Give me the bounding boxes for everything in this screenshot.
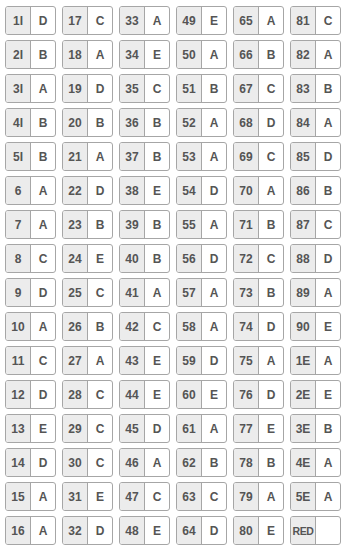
answer-letter: D (202, 347, 226, 374)
question-label: 87 (291, 211, 316, 238)
question-label: 24 (63, 245, 88, 272)
question-label: 33 (120, 7, 145, 34)
answer-cell: 79A (233, 482, 284, 511)
question-label: 49 (177, 7, 202, 34)
answer-cell: 27A (62, 346, 113, 375)
question-label: 77 (234, 415, 259, 442)
question-label: 62 (177, 449, 202, 476)
answer-cell: 1EA (290, 346, 341, 375)
answer-cell: RED (290, 516, 341, 545)
question-label: 28 (63, 381, 88, 408)
question-label: 68 (234, 109, 259, 136)
answer-cell: 41A (119, 278, 170, 307)
question-label: 5E (291, 483, 316, 510)
answer-letter: A (31, 211, 55, 238)
answer-letter: B (259, 41, 283, 68)
answer-letter: D (88, 75, 112, 102)
answer-letter: B (316, 415, 340, 442)
question-label: 76 (234, 381, 259, 408)
answer-letter: E (145, 177, 169, 204)
question-label: 2E (291, 381, 316, 408)
answer-letter: E (145, 347, 169, 374)
answer-letter: D (31, 7, 55, 34)
answer-cell: 24E (62, 244, 113, 273)
answer-letter: A (202, 313, 226, 340)
answer-cell: 20B (62, 108, 113, 137)
answer-cell: 2EE (290, 380, 341, 409)
answer-cell: 44E (119, 380, 170, 409)
answer-cell: 8C (5, 244, 56, 273)
answer-letter: A (202, 109, 226, 136)
answer-letter: E (316, 313, 340, 340)
answer-cell: 64D (176, 516, 227, 545)
answer-letter: D (259, 109, 283, 136)
answer-letter: C (31, 347, 55, 374)
answer-cell: 80E (233, 516, 284, 545)
answer-cell: 81C (290, 6, 341, 35)
answer-letter: D (259, 313, 283, 340)
answer-cell: 59D (176, 346, 227, 375)
answer-letter: B (88, 211, 112, 238)
answer-letter: B (316, 75, 340, 102)
answer-letter: C (316, 7, 340, 34)
question-label: 30 (63, 449, 88, 476)
answer-cell: 14D (5, 448, 56, 477)
answer-cell: 23B (62, 210, 113, 239)
question-label: 71 (234, 211, 259, 238)
answer-letter: A (31, 75, 55, 102)
answer-cell: 66B (233, 40, 284, 69)
answer-letter: A (316, 279, 340, 306)
question-label: 83 (291, 75, 316, 102)
question-label: 11 (6, 347, 31, 374)
answer-cell: 61A (176, 414, 227, 443)
question-label: 79 (234, 483, 259, 510)
question-label: 31 (63, 483, 88, 510)
question-label: 10 (6, 313, 31, 340)
answer-letter: D (31, 449, 55, 476)
answer-letter: D (202, 177, 226, 204)
answer-cell: 82A (290, 40, 341, 69)
answer-letter: A (88, 347, 112, 374)
answer-letter: A (31, 483, 55, 510)
answer-cell: 2IB (5, 40, 56, 69)
question-label: 70 (234, 177, 259, 204)
answer-letter: C (145, 483, 169, 510)
answer-cell: 21A (62, 142, 113, 171)
question-label: 13 (6, 415, 31, 442)
answer-letter: E (259, 517, 283, 544)
answer-cell: 85D (290, 142, 341, 171)
answer-cell: 73B (233, 278, 284, 307)
answer-cell: 83B (290, 74, 341, 103)
answer-letter: A (316, 41, 340, 68)
question-label: 20 (63, 109, 88, 136)
answer-cell: 22D (62, 176, 113, 205)
answer-cell: 88D (290, 244, 341, 273)
answer-letter: E (88, 245, 112, 272)
question-label: 75 (234, 347, 259, 374)
answer-letter: C (316, 211, 340, 238)
question-label: 7 (6, 211, 31, 238)
question-label: 15 (6, 483, 31, 510)
answer-cell: 70A (233, 176, 284, 205)
question-label: 23 (63, 211, 88, 238)
question-label: RED (291, 517, 316, 544)
answer-letter: D (316, 245, 340, 272)
answer-cell: 40B (119, 244, 170, 273)
answer-letter: B (88, 109, 112, 136)
answer-letter: A (202, 279, 226, 306)
question-label: 34 (120, 41, 145, 68)
answer-cell: 1ID (5, 6, 56, 35)
question-label: 72 (234, 245, 259, 272)
answer-cell: 33A (119, 6, 170, 35)
answer-letter: C (31, 245, 55, 272)
answer-letter: A (202, 211, 226, 238)
question-label: 2I (6, 41, 31, 68)
question-label: 9 (6, 279, 31, 306)
answer-letter: E (145, 41, 169, 68)
answer-letter: B (259, 211, 283, 238)
answer-cell: 58A (176, 312, 227, 341)
answer-letter: E (145, 517, 169, 544)
answer-letter: C (259, 75, 283, 102)
question-label: 8 (6, 245, 31, 272)
answer-letter: D (31, 279, 55, 306)
answer-letter: A (145, 7, 169, 34)
question-label: 44 (120, 381, 145, 408)
answer-letter: A (31, 517, 55, 544)
question-label: 36 (120, 109, 145, 136)
question-label: 54 (177, 177, 202, 204)
answer-cell: 89A (290, 278, 341, 307)
question-label: 74 (234, 313, 259, 340)
answer-cell: 5EA (290, 482, 341, 511)
answer-cell: 16A (5, 516, 56, 545)
answer-letter: A (316, 109, 340, 136)
answer-letter: B (316, 177, 340, 204)
answer-cell: 12D (5, 380, 56, 409)
answer-cell: 30C (62, 448, 113, 477)
answer-letter: A (145, 449, 169, 476)
answer-letter: D (88, 177, 112, 204)
answer-letter: B (145, 211, 169, 238)
question-label: 57 (177, 279, 202, 306)
answer-cell: 43E (119, 346, 170, 375)
question-label: 61 (177, 415, 202, 442)
answer-cell: 11C (5, 346, 56, 375)
answer-letter: C (88, 279, 112, 306)
question-label: 3I (6, 75, 31, 102)
answer-cell: 28C (62, 380, 113, 409)
answer-letter: C (259, 245, 283, 272)
answer-letter: A (145, 279, 169, 306)
answer-letter: A (31, 313, 55, 340)
question-label: 82 (291, 41, 316, 68)
question-label: 21 (63, 143, 88, 170)
answer-cell: 76D (233, 380, 284, 409)
question-label: 60 (177, 381, 202, 408)
question-label: 67 (234, 75, 259, 102)
answer-letter: A (259, 483, 283, 510)
answer-cell: 54D (176, 176, 227, 205)
question-label: 59 (177, 347, 202, 374)
answer-cell: 32D (62, 516, 113, 545)
answer-letter: B (145, 245, 169, 272)
question-label: 73 (234, 279, 259, 306)
question-label: 55 (177, 211, 202, 238)
answer-letter: A (31, 177, 55, 204)
question-label: 4E (291, 449, 316, 476)
answer-letter: E (31, 415, 55, 442)
question-label: 43 (120, 347, 145, 374)
answer-letter: D (202, 517, 226, 544)
answer-cell: 19D (62, 74, 113, 103)
question-label: 52 (177, 109, 202, 136)
answer-letter: C (259, 143, 283, 170)
answer-letter: A (202, 143, 226, 170)
question-label: 4I (6, 109, 31, 136)
answer-letter: B (31, 41, 55, 68)
answer-cell: 10A (5, 312, 56, 341)
answer-cell: 56D (176, 244, 227, 273)
question-label: 26 (63, 313, 88, 340)
answer-cell: 3IA (5, 74, 56, 103)
answer-cell: 6A (5, 176, 56, 205)
answer-cell: 46A (119, 448, 170, 477)
answer-cell: 38E (119, 176, 170, 205)
answer-letter: C (145, 313, 169, 340)
question-label: 35 (120, 75, 145, 102)
answer-letter: C (202, 483, 226, 510)
answer-cell: 72C (233, 244, 284, 273)
question-label: 19 (63, 75, 88, 102)
answer-cell: 55A (176, 210, 227, 239)
answer-letter: A (259, 177, 283, 204)
question-label: 89 (291, 279, 316, 306)
question-label: 38 (120, 177, 145, 204)
question-label: 78 (234, 449, 259, 476)
answer-cell: 50A (176, 40, 227, 69)
question-label: 90 (291, 313, 316, 340)
answer-cell: 29C (62, 414, 113, 443)
question-label: 16 (6, 517, 31, 544)
answer-letter: C (88, 381, 112, 408)
answer-cell: 3EB (290, 414, 341, 443)
answer-cell: 9D (5, 278, 56, 307)
question-label: 47 (120, 483, 145, 510)
answer-letter (316, 517, 340, 544)
question-label: 27 (63, 347, 88, 374)
answer-letter: A (316, 347, 340, 374)
answer-cell: 77E (233, 414, 284, 443)
answer-letter: A (316, 483, 340, 510)
answer-letter: E (202, 7, 226, 34)
answer-letter: C (88, 415, 112, 442)
answer-letter: A (88, 143, 112, 170)
question-label: 64 (177, 517, 202, 544)
answer-cell: 71B (233, 210, 284, 239)
question-label: 50 (177, 41, 202, 68)
answer-cell: 35C (119, 74, 170, 103)
answer-letter: A (316, 449, 340, 476)
answer-cell: 75A (233, 346, 284, 375)
answer-letter: A (202, 41, 226, 68)
answer-letter: D (202, 245, 226, 272)
answer-cell: 69C (233, 142, 284, 171)
question-label: 84 (291, 109, 316, 136)
answer-letter: B (31, 143, 55, 170)
answer-cell: 7A (5, 210, 56, 239)
question-label: 17 (63, 7, 88, 34)
answer-letter: A (202, 415, 226, 442)
answer-cell: 62B (176, 448, 227, 477)
answer-cell: 13E (5, 414, 56, 443)
question-label: 41 (120, 279, 145, 306)
answer-cell: 42C (119, 312, 170, 341)
answer-cell: 87C (290, 210, 341, 239)
answer-cell: 68D (233, 108, 284, 137)
answer-cell: 51B (176, 74, 227, 103)
answer-letter: B (145, 109, 169, 136)
answer-letter: D (145, 415, 169, 442)
question-label: 29 (63, 415, 88, 442)
answer-letter: E (145, 381, 169, 408)
answer-letter: B (31, 109, 55, 136)
question-label: 51 (177, 75, 202, 102)
question-label: 1I (6, 7, 31, 34)
answer-letter: D (259, 381, 283, 408)
answer-cell: 67C (233, 74, 284, 103)
answer-cell: 5IB (5, 142, 56, 171)
question-label: 32 (63, 517, 88, 544)
question-label: 39 (120, 211, 145, 238)
question-label: 53 (177, 143, 202, 170)
answer-cell: 90E (290, 312, 341, 341)
question-label: 18 (63, 41, 88, 68)
answer-cell: 74D (233, 312, 284, 341)
answer-cell: 45D (119, 414, 170, 443)
question-label: 85 (291, 143, 316, 170)
answer-letter: E (88, 483, 112, 510)
question-label: 58 (177, 313, 202, 340)
answer-cell: 36B (119, 108, 170, 137)
answer-cell: 49E (176, 6, 227, 35)
answer-letter: C (145, 75, 169, 102)
question-label: 65 (234, 7, 259, 34)
question-label: 6 (6, 177, 31, 204)
answer-cell: 60E (176, 380, 227, 409)
answer-letter: B (259, 279, 283, 306)
answer-letter: A (88, 41, 112, 68)
answer-letter: B (145, 143, 169, 170)
question-label: 3E (291, 415, 316, 442)
answer-cell: 4IB (5, 108, 56, 137)
question-label: 14 (6, 449, 31, 476)
question-label: 5I (6, 143, 31, 170)
answer-letter: D (88, 517, 112, 544)
answer-cell: 47C (119, 482, 170, 511)
answer-cell: 34E (119, 40, 170, 69)
answer-letter: B (202, 449, 226, 476)
question-label: 46 (120, 449, 145, 476)
answer-cell: 17C (62, 6, 113, 35)
question-label: 66 (234, 41, 259, 68)
question-label: 40 (120, 245, 145, 272)
answer-letter: C (88, 449, 112, 476)
answer-cell: 48E (119, 516, 170, 545)
question-label: 88 (291, 245, 316, 272)
question-label: 69 (234, 143, 259, 170)
answer-letter: D (316, 143, 340, 170)
answer-key-grid: 1ID2IB3IA4IB5IB6A7A8C9D10A11C12D13E14D15… (5, 6, 341, 545)
question-label: 48 (120, 517, 145, 544)
question-label: 63 (177, 483, 202, 510)
answer-letter: B (202, 75, 226, 102)
answer-cell: 52A (176, 108, 227, 137)
answer-letter: B (259, 449, 283, 476)
answer-cell: 86B (290, 176, 341, 205)
answer-cell: 84A (290, 108, 341, 137)
answer-cell: 57A (176, 278, 227, 307)
question-label: 45 (120, 415, 145, 442)
answer-cell: 37B (119, 142, 170, 171)
question-label: 37 (120, 143, 145, 170)
answer-letter: B (88, 313, 112, 340)
question-label: 56 (177, 245, 202, 272)
answer-letter: D (31, 381, 55, 408)
answer-letter: E (259, 415, 283, 442)
question-label: 22 (63, 177, 88, 204)
answer-cell: 53A (176, 142, 227, 171)
answer-cell: 18A (62, 40, 113, 69)
answer-cell: 4EA (290, 448, 341, 477)
question-label: 1E (291, 347, 316, 374)
answer-cell: 26B (62, 312, 113, 341)
answer-letter: A (259, 7, 283, 34)
answer-cell: 15A (5, 482, 56, 511)
answer-letter: E (316, 381, 340, 408)
answer-cell: 25C (62, 278, 113, 307)
question-label: 12 (6, 381, 31, 408)
answer-cell: 39B (119, 210, 170, 239)
answer-cell: 78B (233, 448, 284, 477)
answer-letter: C (88, 7, 112, 34)
question-label: 86 (291, 177, 316, 204)
answer-letter: E (202, 381, 226, 408)
question-label: 42 (120, 313, 145, 340)
answer-letter: A (259, 347, 283, 374)
answer-cell: 31E (62, 482, 113, 511)
question-label: 81 (291, 7, 316, 34)
question-label: 25 (63, 279, 88, 306)
answer-cell: 65A (233, 6, 284, 35)
question-label: 80 (234, 517, 259, 544)
answer-cell: 63C (176, 482, 227, 511)
